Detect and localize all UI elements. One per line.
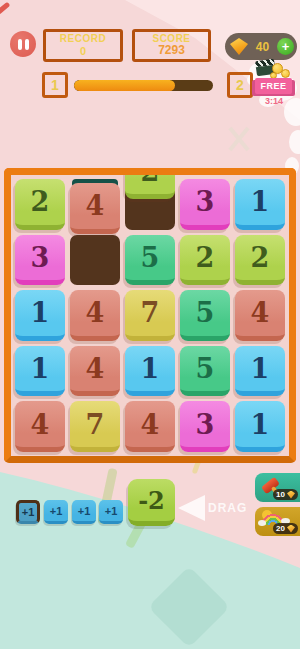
level-progress-bar [74, 80, 213, 91]
tile-4[interactable]: 4 [70, 290, 120, 341]
tile-1[interactable]: 1 [235, 179, 285, 230]
pause-button[interactable] [10, 31, 36, 57]
tray-slot-3[interactable]: +1 [72, 500, 96, 524]
cell-r2c1[interactable]: 3 [15, 235, 65, 286]
cell-r3c5[interactable]: 4 [235, 290, 285, 341]
coin-icon [281, 69, 290, 78]
cell-r4c1[interactable]: 1 [15, 346, 65, 397]
tile-5[interactable]: 5 [180, 290, 230, 341]
cell-r2c2[interactable] [70, 235, 120, 286]
gem-icon [230, 38, 248, 55]
cell-r5c4[interactable]: 3 [180, 401, 230, 452]
cell-r1c2[interactable]: 4 [70, 179, 120, 230]
drag-arrow-icon [178, 495, 205, 521]
cell-r4c4[interactable]: 5 [180, 346, 230, 397]
tile-3[interactable]: 3 [15, 235, 65, 286]
tray-slot-2[interactable]: +1 [44, 500, 68, 524]
tile-5[interactable]: 5 [125, 235, 175, 286]
tile-1[interactable]: 1 [15, 346, 65, 397]
current-draggable-tile[interactable]: -2 [128, 479, 175, 526]
tray-slot-1[interactable]: +1 [16, 500, 40, 524]
tile-2[interactable]: 2 [125, 168, 175, 199]
gem-icon [287, 491, 295, 499]
level-progress-fill [74, 80, 175, 91]
cell-r5c1[interactable]: 4 [15, 401, 65, 452]
tile-1[interactable]: 1 [15, 290, 65, 341]
cell-r4c2[interactable]: 4 [70, 346, 120, 397]
tile-4[interactable]: 4 [70, 183, 120, 234]
score-panel: SCORE 7293 [132, 29, 211, 62]
tile-1[interactable]: 1 [235, 401, 285, 452]
gem-icon [287, 525, 295, 533]
cell-r5c5[interactable]: 1 [235, 401, 285, 452]
pause-icon [18, 39, 22, 50]
record-label: RECORD [60, 33, 106, 45]
tile-2[interactable]: 2 [15, 179, 65, 230]
hammer-cost-badge: 10 [273, 489, 298, 500]
cell-r3c2[interactable]: 4 [70, 290, 120, 341]
cell-r5c3[interactable]: 4 [125, 401, 175, 452]
tile-4[interactable]: 4 [125, 401, 175, 452]
cell-r4c5[interactable]: 1 [235, 346, 285, 397]
cell-r2c4[interactable]: 2 [180, 235, 230, 286]
record-value: 0 [80, 45, 86, 58]
tile-7[interactable]: 7 [70, 401, 120, 452]
free-timer: 3:14 [250, 96, 298, 106]
tile-2[interactable]: 2 [180, 235, 230, 286]
record-panel: RECORD 0 [43, 29, 123, 62]
cell-r1c1[interactable]: 2 [15, 179, 65, 230]
tile-5[interactable]: 5 [180, 346, 230, 397]
tile-1[interactable]: 1 [125, 346, 175, 397]
cell-r3c3[interactable]: 7 [125, 290, 175, 341]
cell-r5c2[interactable]: 7 [70, 401, 120, 452]
cell-r1c4[interactable]: 3 [180, 179, 230, 230]
tile-3[interactable]: 3 [180, 401, 230, 452]
rainbow-cost-badge: 20 [273, 523, 298, 534]
cloud-icon [258, 520, 266, 526]
cell-r1c5[interactable]: 1 [235, 179, 285, 230]
cell-r2c3[interactable]: 5 [125, 235, 175, 286]
tray-slot-4[interactable]: +1 [99, 500, 123, 524]
level-current-badge: 1 [42, 72, 68, 98]
score-value: 7293 [158, 44, 185, 58]
gem-counter: 40 + [225, 33, 297, 60]
hammer-cost: 10 [276, 490, 285, 499]
tile-4[interactable]: 4 [15, 401, 65, 452]
tile-3[interactable]: 3 [180, 179, 230, 230]
cell-r3c1[interactable]: 1 [15, 290, 65, 341]
tile-1[interactable]: 1 [235, 346, 285, 397]
drag-label: DRAG [208, 501, 247, 515]
pause-icon [25, 39, 29, 50]
free-reward-badge[interactable]: FREE 3:14 [250, 58, 298, 108]
game-board: 242313522147541415147431 [4, 168, 296, 463]
rainbow-cost: 20 [276, 524, 285, 533]
drag-hint: DRAG [178, 495, 247, 521]
tile-7[interactable]: 7 [125, 290, 175, 341]
free-ribbon-label: FREE [255, 78, 292, 94]
tile-4[interactable]: 4 [70, 346, 120, 397]
hammer-booster-button[interactable]: 10 [255, 473, 300, 502]
rainbow-booster-button[interactable]: 20 [255, 507, 300, 536]
cell-r2c5[interactable]: 2 [235, 235, 285, 286]
cell-r1c3[interactable]: 2 [125, 179, 175, 230]
tile-4[interactable]: 4 [235, 290, 285, 341]
cell-r4c3[interactable]: 1 [125, 346, 175, 397]
add-gems-button[interactable]: + [277, 38, 294, 55]
cell-r3c4[interactable]: 5 [180, 290, 230, 341]
tile-2[interactable]: 2 [235, 235, 285, 286]
gem-count: 40 [248, 40, 277, 54]
board-grid: 242313522147541415147431 [15, 179, 285, 452]
